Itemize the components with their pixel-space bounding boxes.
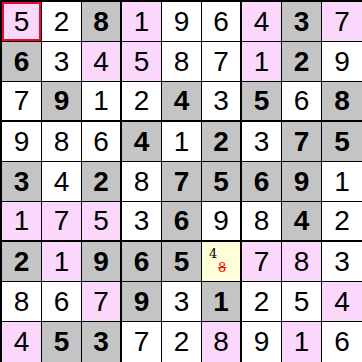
cell-r9c4[interactable]: 7 <box>122 322 162 362</box>
cell-r5c5[interactable]: 7 <box>162 162 202 202</box>
cell-r7c1[interactable]: 2 <box>2 242 42 282</box>
cell-r3c7[interactable]: 5 <box>242 82 282 122</box>
cell-r5c1[interactable]: 3 <box>2 162 42 202</box>
cell-r5c7[interactable]: 6 <box>242 162 282 202</box>
cell-r3c3[interactable]: 1 <box>82 82 122 122</box>
cell-r9c2[interactable]: 5 <box>42 322 82 362</box>
cell-r8c6[interactable]: 1 <box>202 282 242 322</box>
cell-r1c5[interactable]: 9 <box>162 2 202 42</box>
cell-r2c3[interactable]: 4 <box>82 42 122 82</box>
cell-r3c8[interactable]: 6 <box>282 82 322 122</box>
cell-r7c5[interactable]: 5 <box>162 242 202 282</box>
cell-r6c5[interactable]: 6 <box>162 202 202 242</box>
cell-r4c3[interactable]: 6 <box>82 122 122 162</box>
cell-r9c6[interactable]: 8 <box>202 322 242 362</box>
cell-r1c4[interactable]: 1 <box>122 2 162 42</box>
cell-r4c9[interactable]: 5 <box>322 122 362 162</box>
candidate-8-eliminated: 8 <box>218 261 226 274</box>
cell-r6c3[interactable]: 5 <box>82 202 122 242</box>
cell-r2c6[interactable]: 7 <box>202 42 242 82</box>
cell-r8c5[interactable]: 3 <box>162 282 202 322</box>
candidate-4: 4 <box>209 247 217 260</box>
cell-r3c6[interactable]: 3 <box>202 82 242 122</box>
cell-r9c8[interactable]: 1 <box>282 322 322 362</box>
cell-r8c1[interactable]: 8 <box>2 282 42 322</box>
cell-r5c9[interactable]: 1 <box>322 162 362 202</box>
cell-r9c7[interactable]: 9 <box>242 322 282 362</box>
cell-r7c7[interactable]: 7 <box>242 242 282 282</box>
cell-r7c9[interactable]: 3 <box>322 242 362 282</box>
cell-r2c9[interactable]: 9 <box>322 42 362 82</box>
cell-r7c3[interactable]: 9 <box>82 242 122 282</box>
cell-r7c4[interactable]: 6 <box>122 242 162 282</box>
cell-r6c9[interactable]: 2 <box>322 202 362 242</box>
cell-r4c6[interactable]: 2 <box>202 122 242 162</box>
cell-r2c7[interactable]: 1 <box>242 42 282 82</box>
cell-r9c3[interactable]: 3 <box>82 322 122 362</box>
cell-r4c2[interactable]: 8 <box>42 122 82 162</box>
cell-r7c8[interactable]: 8 <box>282 242 322 282</box>
cell-r8c4[interactable]: 9 <box>122 282 162 322</box>
cell-r1c8[interactable]: 3 <box>282 2 322 42</box>
cell-r4c5[interactable]: 1 <box>162 122 202 162</box>
cell-r6c2[interactable]: 7 <box>42 202 82 242</box>
cell-r3c2[interactable]: 9 <box>42 82 82 122</box>
cell-r8c2[interactable]: 6 <box>42 282 82 322</box>
cell-r5c8[interactable]: 9 <box>282 162 322 202</box>
cell-r1c1[interactable]: 5 <box>2 2 42 42</box>
cell-r3c4[interactable]: 2 <box>122 82 162 122</box>
cell-r4c1[interactable]: 9 <box>2 122 42 162</box>
cell-r8c3[interactable]: 7 <box>82 282 122 322</box>
cell-r5c4[interactable]: 8 <box>122 162 162 202</box>
cell-r7c6[interactable]: 48 <box>202 242 242 282</box>
cell-r1c9[interactable]: 7 <box>322 2 362 42</box>
cell-r1c6[interactable]: 6 <box>202 2 242 42</box>
cell-r5c3[interactable]: 2 <box>82 162 122 202</box>
cell-r4c7[interactable]: 3 <box>242 122 282 162</box>
cell-r6c6[interactable]: 9 <box>202 202 242 242</box>
cell-r8c8[interactable]: 5 <box>282 282 322 322</box>
cell-r8c7[interactable]: 2 <box>242 282 282 322</box>
cell-r3c1[interactable]: 7 <box>2 82 42 122</box>
cell-r7c2[interactable]: 1 <box>42 242 82 282</box>
cell-r4c8[interactable]: 7 <box>282 122 322 162</box>
cell-r6c7[interactable]: 8 <box>242 202 282 242</box>
cell-r6c1[interactable]: 1 <box>2 202 42 242</box>
cell-r5c6[interactable]: 5 <box>202 162 242 202</box>
cell-r5c2[interactable]: 4 <box>42 162 82 202</box>
cell-r9c9[interactable]: 6 <box>322 322 362 362</box>
cell-r3c5[interactable]: 4 <box>162 82 202 122</box>
sudoku-board: 5281964376345871297912435689864123753428… <box>0 0 362 362</box>
cell-r4c4[interactable]: 4 <box>122 122 162 162</box>
cell-r1c2[interactable]: 2 <box>42 2 82 42</box>
cell-r6c4[interactable]: 3 <box>122 202 162 242</box>
cell-r2c2[interactable]: 3 <box>42 42 82 82</box>
cell-r2c1[interactable]: 6 <box>2 42 42 82</box>
cell-r2c8[interactable]: 2 <box>282 42 322 82</box>
cell-r1c3[interactable]: 8 <box>82 2 122 42</box>
cell-r2c5[interactable]: 8 <box>162 42 202 82</box>
cell-r6c8[interactable]: 4 <box>282 202 322 242</box>
cell-r9c5[interactable]: 2 <box>162 322 202 362</box>
cell-r3c9[interactable]: 8 <box>322 82 362 122</box>
cell-r1c7[interactable]: 4 <box>242 2 282 42</box>
cell-r8c9[interactable]: 4 <box>322 282 362 322</box>
cell-r9c1[interactable]: 4 <box>2 322 42 362</box>
cell-r2c4[interactable]: 5 <box>122 42 162 82</box>
